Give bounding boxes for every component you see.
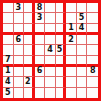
cell-r1c1[interactable] — [3, 3, 14, 13]
cell-r3c3[interactable] — [24, 24, 35, 35]
cell-r8c4[interactable] — [35, 77, 46, 87]
cell-r2c6[interactable] — [56, 13, 67, 23]
cell-r2c9[interactable] — [87, 13, 98, 23]
cell-r3c2[interactable] — [14, 24, 25, 35]
cell-r7c2[interactable] — [14, 67, 25, 77]
cell-r4c4[interactable] — [35, 35, 46, 45]
cell-r9c5[interactable] — [45, 88, 56, 98]
sudoku-board: 38351462457168425 — [0, 0, 101, 101]
cell-r8c7[interactable] — [66, 77, 77, 87]
cell-r6c6[interactable] — [56, 56, 67, 67]
cell-r7c1[interactable]: 1 — [3, 67, 14, 77]
cell-r5c8[interactable] — [77, 45, 88, 55]
cell-r9c1[interactable]: 5 — [3, 88, 14, 98]
cell-r3c7[interactable]: 1 — [66, 24, 77, 35]
cell-r5c2[interactable] — [14, 45, 25, 55]
cell-r4c9[interactable] — [87, 35, 98, 45]
cell-r6c1[interactable]: 7 — [3, 56, 14, 67]
cell-r6c9[interactable] — [87, 56, 98, 67]
cell-r6c7[interactable] — [66, 56, 77, 67]
cell-r8c9[interactable] — [87, 77, 98, 87]
cell-r7c4[interactable]: 6 — [35, 67, 46, 77]
cell-r9c4[interactable] — [35, 88, 46, 98]
cell-r2c1[interactable] — [3, 13, 14, 23]
cell-r2c4[interactable]: 3 — [35, 13, 46, 23]
cell-r5c7[interactable] — [66, 45, 77, 55]
cell-r5c3[interactable] — [24, 45, 35, 55]
cell-r9c3[interactable] — [24, 88, 35, 98]
cell-r8c3[interactable]: 2 — [24, 77, 35, 87]
cell-r4c6[interactable] — [56, 35, 67, 45]
cell-r1c2[interactable]: 3 — [14, 3, 25, 13]
cell-r6c8[interactable] — [77, 56, 88, 67]
cell-r8c2[interactable] — [14, 77, 25, 87]
cell-r5c5[interactable]: 4 — [45, 45, 56, 55]
cell-r5c6[interactable]: 5 — [56, 45, 67, 55]
cell-r4c8[interactable] — [77, 35, 88, 45]
cell-r6c3[interactable] — [24, 56, 35, 67]
cell-r4c3[interactable] — [24, 35, 35, 45]
cell-r3c5[interactable] — [45, 24, 56, 35]
cell-r6c5[interactable] — [45, 56, 56, 67]
cell-r4c5[interactable] — [45, 35, 56, 45]
cell-r4c7[interactable]: 2 — [66, 35, 77, 45]
cell-r7c9[interactable]: 8 — [87, 67, 98, 77]
cell-r9c9[interactable] — [87, 88, 98, 98]
cell-r5c4[interactable] — [35, 45, 46, 55]
cell-r2c3[interactable] — [24, 13, 35, 23]
cell-r4c1[interactable] — [3, 35, 14, 45]
cell-r7c8[interactable] — [77, 67, 88, 77]
cell-r3c4[interactable] — [35, 24, 46, 35]
cell-r7c6[interactable] — [56, 67, 67, 77]
cell-r2c2[interactable] — [14, 13, 25, 23]
cell-r4c2[interactable]: 6 — [14, 35, 25, 45]
cell-r2c5[interactable] — [45, 13, 56, 23]
cell-r1c8[interactable] — [77, 3, 88, 13]
cell-r1c5[interactable] — [45, 3, 56, 13]
cell-r1c9[interactable] — [87, 3, 98, 13]
cell-r9c7[interactable] — [66, 88, 77, 98]
cell-r1c7[interactable] — [66, 3, 77, 13]
cell-r7c7[interactable] — [66, 67, 77, 77]
cell-r1c6[interactable] — [56, 3, 67, 13]
cell-r3c6[interactable] — [56, 24, 67, 35]
cell-r8c8[interactable] — [77, 77, 88, 87]
cell-r9c6[interactable] — [56, 88, 67, 98]
cell-r1c4[interactable]: 8 — [35, 3, 46, 13]
cell-r6c4[interactable] — [35, 56, 46, 67]
cell-r6c2[interactable] — [14, 56, 25, 67]
cell-r7c5[interactable] — [45, 67, 56, 77]
cell-r1c3[interactable] — [24, 3, 35, 13]
cell-r5c9[interactable] — [87, 45, 98, 55]
cell-r9c8[interactable] — [77, 88, 88, 98]
cell-r8c1[interactable]: 4 — [3, 77, 14, 87]
cell-r3c9[interactable] — [87, 24, 98, 35]
cell-r3c1[interactable] — [3, 24, 14, 35]
cell-r3c8[interactable]: 4 — [77, 24, 88, 35]
cell-r9c2[interactable] — [14, 88, 25, 98]
cell-r7c3[interactable] — [24, 67, 35, 77]
cell-r8c5[interactable] — [45, 77, 56, 87]
cell-r8c6[interactable] — [56, 77, 67, 87]
